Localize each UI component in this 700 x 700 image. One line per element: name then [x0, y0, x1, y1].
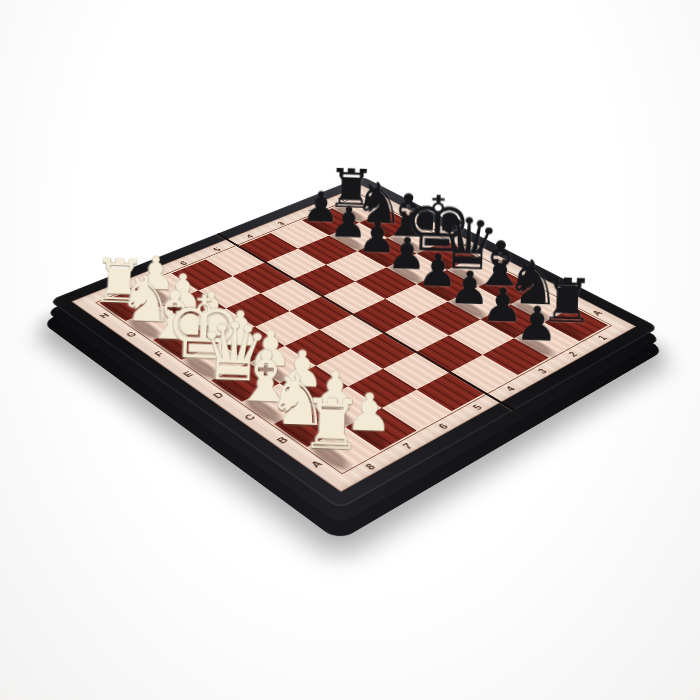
piece-white-rook-a8[interactable]: ♜: [300, 391, 364, 457]
chess-board: ♜♞♝♚♛♝♞♜♟♟♟♟♟♟♟♟♟♟♟♟♟♟♟♟♜♞♝♚♛♝♞♜ HHGGFFE…: [49, 176, 659, 509]
board-frame: ♜♞♝♚♛♝♞♜♟♟♟♟♟♟♟♟♟♟♟♟♟♟♟♟♜♞♝♚♛♝♞♜ HHGGFFE…: [49, 176, 659, 509]
piece-black-pawn-a2[interactable]: ♟: [515, 301, 559, 346]
board-plate: ♜♞♝♚♛♝♞♜♟♟♟♟♟♟♟♟♟♟♟♟♟♟♟♟♜♞♝♚♛♝♞♜ HHGGFFE…: [71, 185, 636, 492]
product-photo-scene: ♜♞♝♚♛♝♞♜♟♟♟♟♟♟♟♟♟♟♟♟♟♟♟♟♜♞♝♚♛♝♞♜ HHGGFFE…: [0, 0, 700, 700]
